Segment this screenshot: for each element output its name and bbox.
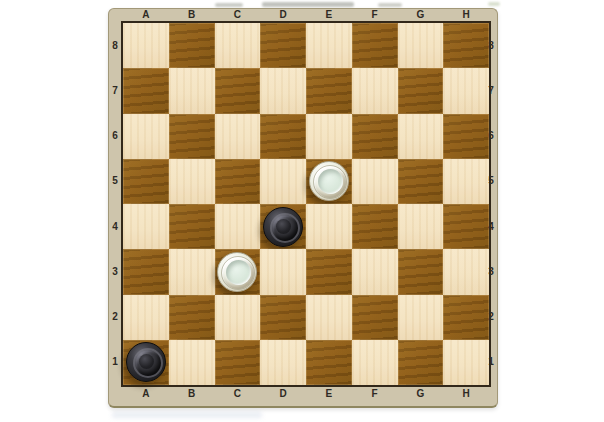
square-b1[interactable] (169, 340, 215, 385)
square-a2[interactable] (123, 295, 169, 340)
square-h1[interactable] (443, 340, 489, 385)
board-frame: ABCDEFGH 87654321 87654321 ABCDEFGH (108, 8, 498, 408)
coord-label-c: C (215, 386, 261, 401)
screen-artifact (262, 2, 354, 7)
coord-label-2: 2 (485, 295, 497, 340)
square-c4[interactable] (215, 204, 261, 249)
square-c5[interactable] (215, 159, 261, 204)
square-d6[interactable] (260, 114, 306, 159)
square-b4[interactable] (169, 204, 215, 249)
square-a7[interactable] (123, 68, 169, 113)
square-e5[interactable] (306, 159, 352, 204)
coord-label-1: 1 (109, 340, 121, 385)
coord-label-d: D (260, 9, 306, 21)
square-d1[interactable] (260, 340, 306, 385)
square-f1[interactable] (352, 340, 398, 385)
square-b8[interactable] (169, 23, 215, 68)
square-g8[interactable] (398, 23, 444, 68)
coord-label-3: 3 (109, 249, 121, 294)
coord-label-e: E (306, 9, 352, 21)
square-e7[interactable] (306, 68, 352, 113)
square-g4[interactable] (398, 204, 444, 249)
square-g5[interactable] (398, 159, 444, 204)
coord-label-f: F (352, 386, 398, 401)
coord-label-6: 6 (485, 114, 497, 159)
square-e2[interactable] (306, 295, 352, 340)
square-d2[interactable] (260, 295, 306, 340)
square-f8[interactable] (352, 23, 398, 68)
coord-label-h: H (443, 9, 489, 21)
coord-label-g: G (398, 9, 444, 21)
screen-artifact (378, 3, 402, 7)
coord-label-8: 8 (485, 23, 497, 68)
square-f6[interactable] (352, 114, 398, 159)
square-g1[interactable] (398, 340, 444, 385)
square-f3[interactable] (352, 249, 398, 294)
square-e3[interactable] (306, 249, 352, 294)
square-h6[interactable] (443, 114, 489, 159)
coord-label-c: C (215, 9, 261, 21)
coord-label-g: G (398, 386, 444, 401)
coord-label-e: E (306, 386, 352, 401)
coord-label-5: 5 (109, 159, 121, 204)
coord-label-8: 8 (109, 23, 121, 68)
square-h7[interactable] (443, 68, 489, 113)
square-e6[interactable] (306, 114, 352, 159)
coord-label-1: 1 (485, 340, 497, 385)
square-e1[interactable] (306, 340, 352, 385)
square-b5[interactable] (169, 159, 215, 204)
screen-artifact (112, 412, 262, 418)
square-c2[interactable] (215, 295, 261, 340)
board (121, 21, 491, 387)
square-g2[interactable] (398, 295, 444, 340)
square-c6[interactable] (215, 114, 261, 159)
file-labels-bottom: ABCDEFGH (123, 386, 489, 401)
coord-label-7: 7 (485, 68, 497, 113)
square-c7[interactable] (215, 68, 261, 113)
screen-artifact (488, 2, 500, 6)
square-h4[interactable] (443, 204, 489, 249)
square-d3[interactable] (260, 249, 306, 294)
square-a3[interactable] (123, 249, 169, 294)
square-a1[interactable] (123, 340, 169, 385)
square-c1[interactable] (215, 340, 261, 385)
coord-label-b: B (169, 386, 215, 401)
coord-label-6: 6 (109, 114, 121, 159)
square-g6[interactable] (398, 114, 444, 159)
square-b3[interactable] (169, 249, 215, 294)
square-d5[interactable] (260, 159, 306, 204)
square-h5[interactable] (443, 159, 489, 204)
square-a8[interactable] (123, 23, 169, 68)
checker-black-d4[interactable] (263, 207, 303, 247)
screen-artifact (215, 3, 243, 7)
square-e4[interactable] (306, 204, 352, 249)
rank-labels-left: 87654321 (109, 23, 121, 385)
square-a6[interactable] (123, 114, 169, 159)
square-b2[interactable] (169, 295, 215, 340)
square-f2[interactable] (352, 295, 398, 340)
square-d8[interactable] (260, 23, 306, 68)
square-d7[interactable] (260, 68, 306, 113)
coord-label-3: 3 (485, 249, 497, 294)
square-a4[interactable] (123, 204, 169, 249)
coord-label-b: B (169, 9, 215, 21)
square-f7[interactable] (352, 68, 398, 113)
square-c3[interactable] (215, 249, 261, 294)
coord-label-h: H (443, 386, 489, 401)
coord-label-a: A (123, 386, 169, 401)
checker-black-a1[interactable] (126, 342, 166, 382)
square-h8[interactable] (443, 23, 489, 68)
square-b7[interactable] (169, 68, 215, 113)
coord-label-d: D (260, 386, 306, 401)
square-g7[interactable] (398, 68, 444, 113)
square-b6[interactable] (169, 114, 215, 159)
checker-white-e5[interactable] (309, 161, 349, 201)
square-d4[interactable] (260, 204, 306, 249)
square-f5[interactable] (352, 159, 398, 204)
coord-label-4: 4 (109, 204, 121, 249)
square-h2[interactable] (443, 295, 489, 340)
coord-label-7: 7 (109, 68, 121, 113)
coord-label-f: F (352, 9, 398, 21)
square-f4[interactable] (352, 204, 398, 249)
square-c8[interactable] (215, 23, 261, 68)
coord-label-2: 2 (109, 295, 121, 340)
checker-white-c3[interactable] (217, 252, 257, 292)
square-e8[interactable] (306, 23, 352, 68)
square-a5[interactable] (123, 159, 169, 204)
rank-labels-right: 87654321 (485, 23, 497, 385)
coord-label-5: 5 (485, 159, 497, 204)
square-h3[interactable] (443, 249, 489, 294)
square-g3[interactable] (398, 249, 444, 294)
coord-label-a: A (123, 9, 169, 21)
file-labels-top: ABCDEFGH (123, 9, 489, 21)
coord-label-4: 4 (485, 204, 497, 249)
